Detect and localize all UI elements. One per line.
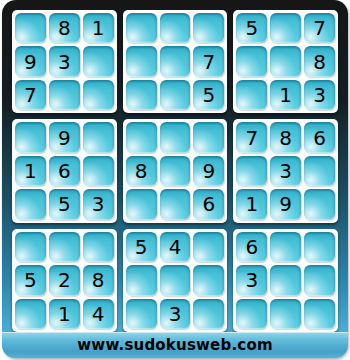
cell-r5c4: 8: [126, 156, 157, 186]
footer-bar: www.sudokusweb.com: [2, 332, 348, 358]
cell-r2c9: 8: [304, 46, 335, 76]
cell-r4c4[interactable]: [126, 122, 157, 152]
cell-r7c2[interactable]: [49, 232, 80, 262]
sudoku-box-3: 57813: [233, 10, 338, 113]
cell-r7c1[interactable]: [15, 232, 46, 262]
cell-r5c8: 3: [270, 156, 301, 186]
cell-r8c3: 8: [83, 265, 114, 295]
cell-r4c7: 7: [236, 122, 267, 152]
sudoku-box-7: 52814: [12, 229, 117, 332]
cell-r4c9: 6: [304, 122, 335, 152]
cell-r6c4[interactable]: [126, 189, 157, 219]
cell-r2c8[interactable]: [270, 46, 301, 76]
cell-r1c1[interactable]: [15, 13, 46, 43]
cell-r1c3: 1: [83, 13, 114, 43]
cell-r7c7: 6: [236, 232, 267, 262]
cell-r2c2: 3: [49, 46, 80, 76]
cell-r4c8: 8: [270, 122, 301, 152]
sudoku-board-frame: 819377557813916538967863195281454363 www…: [2, 0, 348, 358]
sudoku-box-6: 786319: [233, 119, 338, 222]
sudoku-box-5: 896: [123, 119, 228, 222]
sudoku-box-9: 63: [233, 229, 338, 332]
cell-r2c5[interactable]: [160, 46, 191, 76]
cell-r1c2: 8: [49, 13, 80, 43]
sudoku-screen: 819377557813916538967863195281454363 www…: [0, 0, 350, 360]
cell-r5c3[interactable]: [83, 156, 114, 186]
cell-r2c6: 7: [193, 46, 224, 76]
sudoku-box-8: 543: [123, 229, 228, 332]
cell-r7c6[interactable]: [193, 232, 224, 262]
cell-r3c2[interactable]: [49, 80, 80, 110]
cell-r3c9: 3: [304, 80, 335, 110]
cell-r1c6[interactable]: [193, 13, 224, 43]
cell-r3c4[interactable]: [126, 80, 157, 110]
cell-r2c3[interactable]: [83, 46, 114, 76]
cell-r8c1: 5: [15, 265, 46, 295]
cell-r9c9[interactable]: [304, 299, 335, 329]
cell-r1c9: 7: [304, 13, 335, 43]
cell-r9c6[interactable]: [193, 299, 224, 329]
cell-r1c8[interactable]: [270, 13, 301, 43]
cell-r9c4[interactable]: [126, 299, 157, 329]
cell-r9c5: 3: [160, 299, 191, 329]
cell-r9c7[interactable]: [236, 299, 267, 329]
cell-r7c5: 4: [160, 232, 191, 262]
cell-r8c6[interactable]: [193, 265, 224, 295]
sudoku-box-1: 81937: [12, 10, 117, 113]
cell-r9c1[interactable]: [15, 299, 46, 329]
sudoku-box-4: 91653: [12, 119, 117, 222]
cell-r6c2: 5: [49, 189, 80, 219]
cell-r4c1[interactable]: [15, 122, 46, 152]
cell-r7c8[interactable]: [270, 232, 301, 262]
cell-r3c6: 5: [193, 80, 224, 110]
cell-r4c2: 9: [49, 122, 80, 152]
cell-r3c3[interactable]: [83, 80, 114, 110]
cell-r9c3: 4: [83, 299, 114, 329]
cell-r5c5[interactable]: [160, 156, 191, 186]
cell-r2c4[interactable]: [126, 46, 157, 76]
cell-r7c9[interactable]: [304, 232, 335, 262]
cell-r3c1: 7: [15, 80, 46, 110]
cell-r6c7: 1: [236, 189, 267, 219]
cell-r6c9[interactable]: [304, 189, 335, 219]
cell-r1c4[interactable]: [126, 13, 157, 43]
cell-r3c7[interactable]: [236, 80, 267, 110]
cell-r8c8[interactable]: [270, 265, 301, 295]
cell-r2c1: 9: [15, 46, 46, 76]
cell-r9c2: 1: [49, 299, 80, 329]
cell-r6c1[interactable]: [15, 189, 46, 219]
cell-r6c6: 6: [193, 189, 224, 219]
cell-r8c2: 2: [49, 265, 80, 295]
cell-r5c7[interactable]: [236, 156, 267, 186]
cell-r6c3: 3: [83, 189, 114, 219]
cell-r1c5[interactable]: [160, 13, 191, 43]
cell-r2c7[interactable]: [236, 46, 267, 76]
cell-r8c7: 3: [236, 265, 267, 295]
cell-r8c5[interactable]: [160, 265, 191, 295]
cell-r3c5[interactable]: [160, 80, 191, 110]
cell-r8c9[interactable]: [304, 265, 335, 295]
cell-r5c9[interactable]: [304, 156, 335, 186]
cell-r6c5[interactable]: [160, 189, 191, 219]
website-url: www.sudokusweb.com: [77, 336, 272, 354]
cell-r5c6: 9: [193, 156, 224, 186]
cell-r1c7: 5: [236, 13, 267, 43]
cell-r6c8: 9: [270, 189, 301, 219]
sudoku-box-2: 75: [123, 10, 228, 113]
cell-r5c1: 1: [15, 156, 46, 186]
cell-r7c4: 5: [126, 232, 157, 262]
cell-r5c2: 6: [49, 156, 80, 186]
cell-r8c4[interactable]: [126, 265, 157, 295]
cell-r4c3[interactable]: [83, 122, 114, 152]
sudoku-grid: 819377557813916538967863195281454363: [12, 10, 338, 332]
cell-r9c8[interactable]: [270, 299, 301, 329]
cell-r4c6[interactable]: [193, 122, 224, 152]
cell-r4c5[interactable]: [160, 122, 191, 152]
cell-r7c3[interactable]: [83, 232, 114, 262]
cell-r3c8: 1: [270, 80, 301, 110]
